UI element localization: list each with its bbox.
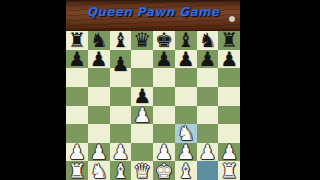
white-king[interactable]: ♚ [155, 162, 173, 180]
white-bishop[interactable]: ♝ [177, 162, 195, 180]
white-pawn[interactable]: ♟ [133, 106, 151, 124]
square-f5[interactable] [175, 87, 197, 106]
black-bishop[interactable]: ♝ [111, 31, 129, 49]
square-h4[interactable] [218, 106, 240, 125]
square-d7[interactable] [131, 50, 153, 69]
square-g1[interactable] [197, 161, 219, 180]
square-a1[interactable]: ♜ [66, 161, 88, 180]
square-f1[interactable]: ♝ [175, 161, 197, 180]
square-c5[interactable] [110, 87, 132, 106]
square-b5[interactable] [88, 87, 110, 106]
black-pawn[interactable]: ♟ [198, 50, 216, 68]
square-b7[interactable]: ♟ [88, 50, 110, 69]
black-queen[interactable]: ♛ [133, 31, 151, 49]
square-a6[interactable] [66, 68, 88, 87]
white-queen[interactable]: ♛ [133, 162, 151, 180]
black-pawn[interactable]: ♟ [220, 50, 238, 68]
black-pawn[interactable]: ♟ [68, 50, 86, 68]
square-d8[interactable]: ♛ [131, 31, 153, 50]
square-a4[interactable] [66, 106, 88, 125]
square-c1[interactable]: ♝ [110, 161, 132, 180]
white-knight[interactable]: ♞ [90, 162, 108, 180]
square-f6[interactable] [175, 68, 197, 87]
black-pawn[interactable]: ♟ [177, 50, 195, 68]
square-b6[interactable] [88, 68, 110, 87]
square-a5[interactable] [66, 87, 88, 106]
square-d4[interactable]: ♟ [131, 106, 153, 125]
white-rook[interactable]: ♜ [68, 162, 86, 180]
black-pawn[interactable]: ♟ [90, 50, 108, 68]
square-d3[interactable] [131, 124, 153, 143]
square-c8[interactable]: ♝ [110, 31, 132, 50]
square-b4[interactable] [88, 106, 110, 125]
square-h6[interactable] [218, 68, 240, 87]
square-h5[interactable] [218, 87, 240, 106]
square-a7[interactable]: ♟ [66, 50, 88, 69]
square-h1[interactable]: ♜ [218, 161, 240, 180]
square-c7[interactable]: ♟ [110, 50, 132, 69]
square-g7[interactable]: ♟ [197, 50, 219, 69]
square-g5[interactable] [197, 87, 219, 106]
game-title: Queen Pawn Game [66, 5, 240, 19]
black-pawn[interactable]: ♟ [111, 54, 129, 72]
black-pawn[interactable]: ♟ [155, 50, 173, 68]
square-g6[interactable] [197, 68, 219, 87]
app-background: Queen Pawn Game ♜♞♝♛♚♝♞♜♟♟♟♟♟♟♟♟♟♞♟♟♟♟♟♟… [0, 0, 320, 180]
square-h7[interactable]: ♟ [218, 50, 240, 69]
square-g4[interactable] [197, 106, 219, 125]
square-d1[interactable]: ♛ [131, 161, 153, 180]
white-rook[interactable]: ♜ [220, 162, 238, 180]
square-g2[interactable]: ♟ [197, 143, 219, 162]
square-e6[interactable] [153, 68, 175, 87]
status-dot [229, 16, 235, 22]
white-bishop[interactable]: ♝ [111, 162, 129, 180]
chess-board[interactable]: ♜♞♝♛♚♝♞♜♟♟♟♟♟♟♟♟♟♞♟♟♟♟♟♟♟♜♞♝♛♚♝♜ [66, 31, 240, 180]
title-bar: Queen Pawn Game [66, 0, 240, 32]
square-c4[interactable] [110, 106, 132, 125]
white-pawn[interactable]: ♟ [198, 143, 216, 161]
square-b1[interactable]: ♞ [88, 161, 110, 180]
square-f7[interactable]: ♟ [175, 50, 197, 69]
square-e5[interactable] [153, 87, 175, 106]
square-e7[interactable]: ♟ [153, 50, 175, 69]
square-e1[interactable]: ♚ [153, 161, 175, 180]
square-e4[interactable] [153, 106, 175, 125]
